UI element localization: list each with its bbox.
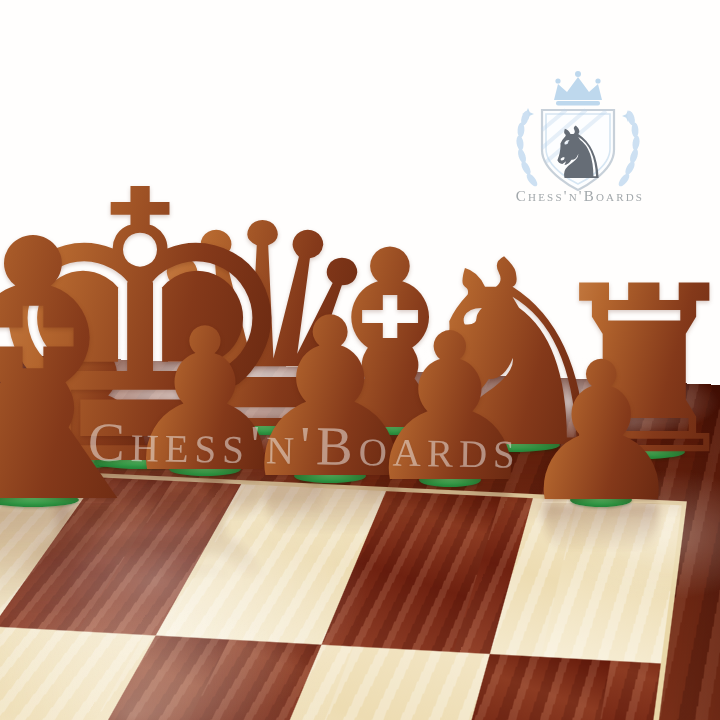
laurel-left-icon bbox=[516, 110, 540, 188]
brand-name: Chess'n'Boards bbox=[496, 188, 664, 205]
piece-bishop-f: ♝ bbox=[0, 194, 194, 554]
crown-icon bbox=[554, 71, 602, 106]
brand-crest: ♞ bbox=[496, 70, 664, 194]
laurel-right-icon bbox=[617, 110, 641, 188]
chess-set-product-photo: ♛♛♝♝♞♞♜♜♟♟♚♚♟♟♟♟♟♟♝♝♟♟ Chess'n'Boards bbox=[0, 0, 720, 720]
watermark-text: Chess'n'Boards bbox=[87, 410, 521, 481]
piece-pawn-b: ♟ bbox=[515, 337, 687, 529]
knight-icon: ♞ bbox=[546, 111, 611, 194]
brand-logo: ♞ Chess'n'Boards bbox=[496, 70, 664, 205]
